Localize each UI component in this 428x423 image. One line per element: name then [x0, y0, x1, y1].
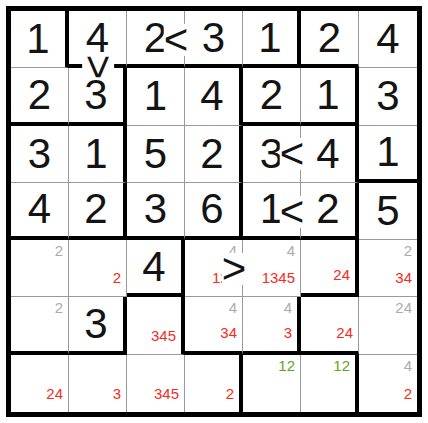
cell-r3c7[interactable]: 1 [359, 126, 417, 183]
inequality-sign: < [280, 195, 305, 227]
cell-r6c2[interactable]: 3 [69, 297, 127, 354]
cell-value: 4 [142, 246, 165, 288]
cell-r6c6[interactable]: 24 [301, 297, 359, 354]
cell-r5c3[interactable]: 4 [127, 240, 185, 297]
cell-value: 2 [318, 17, 341, 59]
cell-value: 5 [144, 133, 167, 175]
pencil-mark-green: 12 [278, 358, 295, 373]
cell-value: 1 [316, 74, 339, 116]
pencil-mark-gray: 4 [284, 300, 292, 315]
cell-r6c5[interactable]: 43 [243, 297, 301, 354]
pencil-mark-red: 34 [395, 270, 412, 285]
pencil-mark-red: 2 [404, 386, 412, 401]
cell-r2c3[interactable]: 1 [127, 68, 185, 125]
cell-value: 6 [200, 188, 223, 230]
cell-value: 1 [26, 18, 49, 60]
cell-r3c2[interactable]: 1 [69, 126, 127, 183]
cell-value: 4 [316, 133, 339, 175]
pencil-mark-red: 24 [336, 325, 353, 340]
pencil-mark-green: 12 [333, 358, 350, 373]
cell-r4c1[interactable]: 4 [11, 183, 69, 240]
pencil-mark-gray: 4 [229, 300, 237, 315]
cell-value: 5 [376, 190, 399, 232]
cell-value: 3 [28, 133, 51, 175]
cell-value: 4 [86, 17, 109, 59]
cell-r4c3[interactable]: 3 [127, 183, 185, 240]
cell-r4c7[interactable]: 5 [359, 183, 417, 240]
cell-r1c6[interactable]: 2 [301, 11, 359, 68]
cell-r3c3[interactable]: 5 [127, 126, 185, 183]
cell-r1c7[interactable]: 4 [359, 11, 417, 68]
cell-r7c1[interactable]: 24 [11, 355, 69, 412]
cell-value: 2 [84, 188, 107, 230]
cell-value: 3 [376, 75, 399, 117]
puzzle-board: 1423124231421331523414236125224412441345… [6, 6, 422, 417]
puzzle-screen: 1423124231421331523414236125224412441345… [0, 0, 428, 423]
cell-r2c5[interactable]: 2 [243, 68, 301, 125]
cell-value: 1 [376, 131, 399, 173]
cell-r2c7[interactable]: 3 [359, 68, 417, 125]
cell-r5c6[interactable]: 24 [301, 240, 359, 297]
pencil-mark-red: 34 [220, 325, 237, 340]
cell-r1c4[interactable]: 3 [185, 11, 243, 68]
cell-r3c1[interactable]: 3 [11, 126, 69, 183]
pencil-mark-red: 345 [154, 386, 179, 401]
cell-r7c7[interactable]: 42 [359, 355, 417, 412]
cell-value: 2 [316, 188, 339, 230]
cell-r5c2[interactable]: 2 [69, 240, 127, 297]
cell-value: 2 [260, 74, 283, 116]
cell-value: 1 [144, 75, 167, 117]
cell-value: 3 [84, 74, 107, 116]
inequality-sign: > [82, 55, 114, 80]
inequality-sign: < [164, 24, 189, 56]
pencil-mark-gray: 4 [287, 243, 295, 258]
cell-r7c4[interactable]: 2 [185, 355, 243, 412]
pencil-mark-red: 2 [226, 386, 234, 401]
pencil-mark-red: 24 [46, 386, 63, 401]
pencil-mark-red: 3 [113, 386, 121, 401]
cell-value: 4 [28, 188, 51, 230]
cell-value: 1 [258, 17, 281, 59]
pencil-mark-gray: 24 [395, 300, 412, 315]
pencil-mark-gray: 2 [55, 243, 63, 258]
cell-r7c2[interactable]: 3 [69, 355, 127, 412]
cell-r6c1[interactable]: 2 [11, 297, 69, 354]
inequality-sign: < [280, 138, 305, 170]
cell-value: 2 [200, 133, 223, 175]
cell-value: 3 [202, 17, 225, 59]
cell-r5c7[interactable]: 234 [359, 240, 417, 297]
cell-value: 4 [376, 18, 399, 60]
cell-value: 1 [84, 133, 107, 175]
pencil-mark-red: 345 [151, 328, 176, 343]
pencil-mark-red: 24 [333, 267, 350, 282]
cell-r3c6[interactable]: 4 [301, 126, 359, 183]
cell-r7c6[interactable]: 12 [301, 355, 359, 412]
pencil-mark-red: 2 [113, 270, 121, 285]
cell-value: 3 [84, 303, 107, 345]
cell-r2c1[interactable]: 2 [11, 68, 69, 125]
cell-r5c5[interactable]: 41345 [243, 240, 301, 297]
inequality-sign: > [222, 253, 247, 285]
cell-value: 3 [144, 188, 167, 230]
cell-value: 4 [200, 75, 223, 117]
cell-value: 2 [28, 74, 51, 116]
cell-r6c4[interactable]: 434 [185, 297, 243, 354]
cell-r4c2[interactable]: 2 [69, 183, 127, 240]
cell-r6c7[interactable]: 24 [359, 297, 417, 354]
cell-r1c1[interactable]: 1 [11, 11, 69, 68]
cell-r7c3[interactable]: 345 [127, 355, 185, 412]
cell-r2c6[interactable]: 1 [301, 68, 359, 125]
cell-r5c1[interactable]: 2 [11, 240, 69, 297]
cell-r7c5[interactable]: 12 [243, 355, 301, 412]
cell-r1c5[interactable]: 1 [243, 11, 301, 68]
pencil-mark-red: 1345 [262, 270, 295, 285]
pencil-mark-red: 3 [284, 325, 292, 340]
cell-r2c4[interactable]: 4 [185, 68, 243, 125]
cell-r6c3[interactable]: 345 [127, 297, 185, 354]
pencil-mark-gray: 2 [404, 243, 412, 258]
cell-r4c4[interactable]: 6 [185, 183, 243, 240]
pencil-mark-gray: 2 [55, 300, 63, 315]
pencil-mark-gray: 4 [404, 358, 412, 373]
cell-r4c6[interactable]: 2 [301, 183, 359, 240]
cell-r3c4[interactable]: 2 [185, 126, 243, 183]
